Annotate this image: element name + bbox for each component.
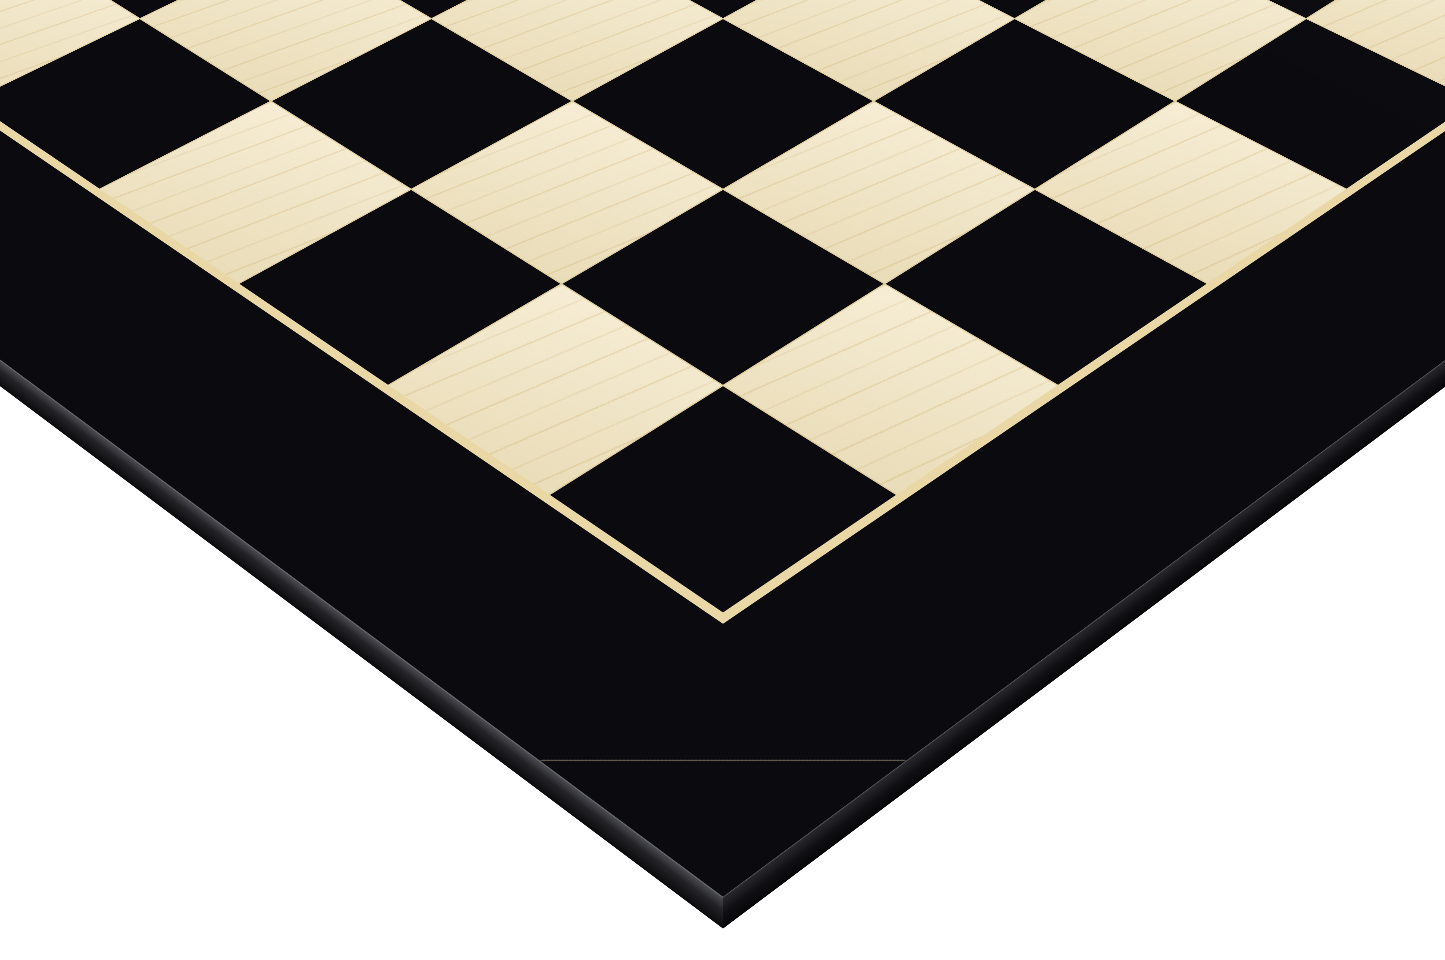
photo-background [0, 0, 1445, 960]
frame-miter-seam [540, 636, 906, 897]
chess-board [0, 0, 1445, 897]
